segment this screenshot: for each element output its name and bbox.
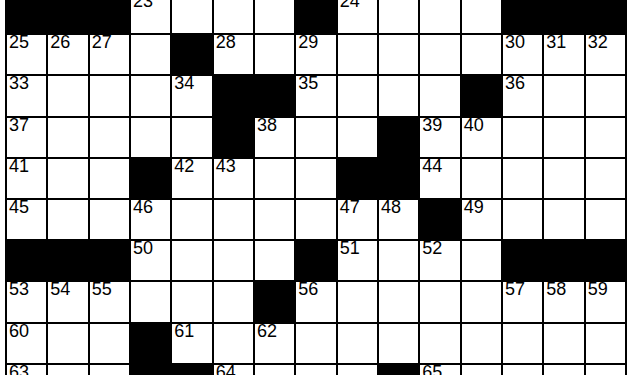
black-cell-r5-c10 (379, 159, 418, 198)
white-cell-r4-c8[interactable] (296, 118, 335, 157)
white-cell-r1-c7[interactable] (255, 0, 294, 33)
white-cell-r3-c4[interactable] (131, 76, 170, 115)
white-cell-r1-c5[interactable] (172, 0, 211, 33)
white-cell-r9-c15[interactable] (586, 324, 625, 363)
white-cell-r5-c13[interactable] (503, 159, 542, 198)
clue-number-50: 50 (133, 239, 153, 257)
white-cell-r9-c13[interactable] (503, 324, 542, 363)
clue-number-49: 49 (464, 198, 484, 216)
white-cell-r8-c11[interactable] (420, 282, 459, 321)
clue-number-65: 65 (422, 363, 442, 375)
white-cell-r2-c10[interactable] (379, 35, 418, 74)
black-cell-r3-c12 (462, 76, 501, 115)
black-cell-r7-c15 (586, 241, 625, 280)
white-cell-r10-c12[interactable] (462, 365, 501, 375)
white-cell-r4-c9[interactable] (338, 118, 377, 157)
black-cell-r8-c7 (255, 282, 294, 321)
white-cell-r5-c2[interactable] (48, 159, 87, 198)
white-cell-r6-c14[interactable] (544, 200, 583, 239)
white-cell-r4-c13[interactable] (503, 118, 542, 157)
white-cell-r3-c15[interactable] (586, 76, 625, 115)
white-cell-r7-c5[interactable] (172, 241, 211, 280)
white-cell-r3-c14[interactable] (544, 76, 583, 115)
white-cell-r3-c11[interactable] (420, 76, 459, 115)
white-cell-r4-c1[interactable]: 37 (7, 118, 46, 157)
white-cell-r4-c11[interactable]: 39 (420, 118, 459, 157)
white-cell-r3-c5[interactable]: 34 (172, 76, 211, 115)
clue-number-61: 61 (174, 322, 194, 340)
white-cell-r10-c2[interactable] (48, 365, 87, 375)
clue-number-36: 36 (505, 74, 525, 92)
white-cell-r6-c8[interactable] (296, 200, 335, 239)
black-cell-r7-c14 (544, 241, 583, 280)
white-cell-r4-c4[interactable] (131, 118, 170, 157)
clue-number-62: 62 (257, 322, 277, 340)
white-cell-r8-c3[interactable]: 55 (90, 282, 129, 321)
white-cell-r8-c9[interactable] (338, 282, 377, 321)
clue-number-58: 58 (546, 280, 566, 298)
white-cell-r2-c2[interactable]: 26 (48, 35, 87, 74)
white-cell-r6-c6[interactable] (214, 200, 253, 239)
clue-number-38: 38 (257, 116, 277, 134)
white-cell-r5-c14[interactable] (544, 159, 583, 198)
white-cell-r2-c13[interactable]: 30 (503, 35, 542, 74)
black-cell-r10-c5 (172, 365, 211, 375)
clue-number-41: 41 (9, 157, 29, 175)
white-cell-r9-c9[interactable] (338, 324, 377, 363)
white-cell-r8-c4[interactable] (131, 282, 170, 321)
clue-number-51: 51 (340, 239, 360, 257)
black-cell-r7-c2 (48, 241, 87, 280)
white-cell-r3-c1[interactable]: 33 (7, 76, 46, 115)
white-cell-r8-c10[interactable] (379, 282, 418, 321)
black-cell-r7-c3 (90, 241, 129, 280)
black-cell-r6-c11 (420, 200, 459, 239)
clue-number-28: 28 (216, 33, 236, 51)
white-cell-r8-c14[interactable]: 58 (544, 282, 583, 321)
white-cell-r7-c6[interactable] (214, 241, 253, 280)
white-cell-r5-c5[interactable]: 42 (172, 159, 211, 198)
white-cell-r9-c1[interactable]: 60 (7, 324, 46, 363)
white-cell-r10-c11[interactable]: 65 (420, 365, 459, 375)
white-cell-r9-c10[interactable] (379, 324, 418, 363)
white-cell-r1-c4[interactable]: 23 (131, 0, 170, 33)
white-cell-r1-c6[interactable] (214, 0, 253, 33)
black-cell-r1-c15 (586, 0, 625, 33)
black-cell-r1-c8 (296, 0, 335, 33)
white-cell-r1-c12[interactable] (462, 0, 501, 33)
black-cell-r10-c10 (379, 365, 418, 375)
white-cell-r9-c8[interactable] (296, 324, 335, 363)
white-cell-r3-c2[interactable] (48, 76, 87, 115)
white-cell-r9-c5[interactable]: 61 (172, 324, 211, 363)
white-cell-r9-c12[interactable] (462, 324, 501, 363)
clue-number-44: 44 (422, 157, 442, 175)
clue-number-52: 52 (422, 239, 442, 257)
white-cell-r2-c3[interactable]: 27 (90, 35, 129, 74)
white-cell-r8-c8[interactable]: 56 (296, 282, 335, 321)
clue-number-23: 23 (133, 0, 153, 10)
white-cell-r7-c7[interactable] (255, 241, 294, 280)
white-cell-r2-c8[interactable]: 29 (296, 35, 335, 74)
clue-number-24: 24 (340, 0, 360, 10)
white-cell-r3-c9[interactable] (338, 76, 377, 115)
white-cell-r3-c13[interactable]: 36 (503, 76, 542, 115)
white-cell-r7-c11[interactable]: 52 (420, 241, 459, 280)
clue-number-43: 43 (216, 157, 236, 175)
clue-number-32: 32 (588, 33, 608, 51)
white-cell-r2-c4[interactable] (131, 35, 170, 74)
black-cell-r7-c1 (7, 241, 46, 280)
clue-number-29: 29 (298, 33, 318, 51)
white-cell-r2-c7[interactable] (255, 35, 294, 74)
black-cell-r5-c4 (131, 159, 170, 198)
white-cell-r5-c11[interactable]: 44 (420, 159, 459, 198)
clue-number-31: 31 (546, 33, 566, 51)
white-cell-r10-c9[interactable] (338, 365, 377, 375)
white-cell-r6-c12[interactable]: 49 (462, 200, 501, 239)
clue-number-57: 57 (505, 280, 525, 298)
white-cell-r2-c9[interactable] (338, 35, 377, 74)
black-cell-r3-c6 (214, 76, 253, 115)
clue-number-55: 55 (92, 280, 112, 298)
crossword-board: 2324252627282930313233343536373839404142… (5, 0, 627, 375)
clue-number-54: 54 (50, 280, 70, 298)
white-cell-r6-c13[interactable] (503, 200, 542, 239)
white-cell-r8-c2[interactable]: 54 (48, 282, 87, 321)
white-cell-r10-c13[interactable] (503, 365, 542, 375)
white-cell-r8-c5[interactable] (172, 282, 211, 321)
white-cell-r5-c8[interactable] (296, 159, 335, 198)
white-cell-r6-c2[interactable] (48, 200, 87, 239)
white-cell-r6-c5[interactable] (172, 200, 211, 239)
clue-number-53: 53 (9, 280, 29, 298)
white-cell-r10-c15[interactable] (586, 365, 625, 375)
clue-number-25: 25 (9, 33, 29, 51)
clue-number-45: 45 (9, 198, 29, 216)
white-cell-r4-c5[interactable] (172, 118, 211, 157)
white-cell-r7-c9[interactable]: 51 (338, 241, 377, 280)
white-cell-r8-c1[interactable]: 53 (7, 282, 46, 321)
clue-number-33: 33 (9, 74, 29, 92)
white-cell-r1-c9[interactable]: 24 (338, 0, 377, 33)
white-cell-r6-c9[interactable]: 47 (338, 200, 377, 239)
clue-number-56: 56 (298, 280, 318, 298)
clue-number-39: 39 (422, 116, 442, 134)
white-cell-r5-c7[interactable] (255, 159, 294, 198)
black-cell-r4-c6 (214, 118, 253, 157)
black-cell-r1-c3 (90, 0, 129, 33)
clue-number-46: 46 (133, 198, 153, 216)
black-cell-r2-c5 (172, 35, 211, 74)
black-cell-r10-c4 (131, 365, 170, 375)
black-cell-r5-c9 (338, 159, 377, 198)
clue-number-37: 37 (9, 116, 29, 134)
clue-number-64: 64 (216, 363, 236, 375)
white-cell-r6-c15[interactable] (586, 200, 625, 239)
clue-number-47: 47 (340, 198, 360, 216)
white-cell-r5-c12[interactable] (462, 159, 501, 198)
white-cell-r10-c1[interactable]: 63 (7, 365, 46, 375)
white-cell-r5-c6[interactable]: 43 (214, 159, 253, 198)
clue-number-59: 59 (588, 280, 608, 298)
white-cell-r1-c11[interactable] (420, 0, 459, 33)
white-cell-r9-c14[interactable] (544, 324, 583, 363)
white-cell-r3-c3[interactable] (90, 76, 129, 115)
white-cell-r5-c1[interactable]: 41 (7, 159, 46, 198)
white-cell-r3-c8[interactable]: 35 (296, 76, 335, 115)
white-cell-r7-c12[interactable] (462, 241, 501, 280)
white-cell-r2-c6[interactable]: 28 (214, 35, 253, 74)
white-cell-r4-c3[interactable] (90, 118, 129, 157)
crossword-screen: 2324252627282930313233343536373839404142… (0, 0, 635, 375)
white-cell-r2-c14[interactable]: 31 (544, 35, 583, 74)
clue-number-63: 63 (9, 363, 29, 375)
white-cell-r5-c15[interactable] (586, 159, 625, 198)
white-cell-r4-c14[interactable] (544, 118, 583, 157)
white-cell-r4-c12[interactable]: 40 (462, 118, 501, 157)
clue-number-42: 42 (174, 157, 194, 175)
white-cell-r2-c12[interactable] (462, 35, 501, 74)
black-cell-r3-c7 (255, 76, 294, 115)
white-cell-r6-c1[interactable]: 45 (7, 200, 46, 239)
white-cell-r10-c14[interactable] (544, 365, 583, 375)
black-cell-r1-c2 (48, 0, 87, 33)
white-cell-r1-c10[interactable] (379, 0, 418, 33)
white-cell-r9-c2[interactable] (48, 324, 87, 363)
white-cell-r8-c12[interactable] (462, 282, 501, 321)
clue-number-30: 30 (505, 33, 525, 51)
white-cell-r2-c1[interactable]: 25 (7, 35, 46, 74)
clue-number-60: 60 (9, 322, 29, 340)
white-cell-r9-c3[interactable] (90, 324, 129, 363)
clue-number-26: 26 (50, 33, 70, 51)
black-cell-r4-c10 (379, 118, 418, 157)
white-cell-r3-c10[interactable] (379, 76, 418, 115)
white-cell-r8-c6[interactable] (214, 282, 253, 321)
white-cell-r4-c7[interactable]: 38 (255, 118, 294, 157)
black-cell-r9-c4 (131, 324, 170, 363)
white-cell-r9-c7[interactable]: 62 (255, 324, 294, 363)
black-cell-r7-c13 (503, 241, 542, 280)
white-cell-r6-c3[interactable] (90, 200, 129, 239)
white-cell-r5-c3[interactable] (90, 159, 129, 198)
white-cell-r6-c4[interactable]: 46 (131, 200, 170, 239)
white-cell-r7-c4[interactable]: 50 (131, 241, 170, 280)
white-cell-r9-c6[interactable] (214, 324, 253, 363)
clue-number-48: 48 (381, 198, 401, 216)
white-cell-r4-c2[interactable] (48, 118, 87, 157)
black-cell-r1-c1 (7, 0, 46, 33)
white-cell-r10-c8[interactable] (296, 365, 335, 375)
white-cell-r10-c3[interactable] (90, 365, 129, 375)
clue-number-40: 40 (464, 116, 484, 134)
white-cell-r10-c6[interactable]: 64 (214, 365, 253, 375)
white-cell-r9-c11[interactable] (420, 324, 459, 363)
black-cell-r7-c8 (296, 241, 335, 280)
clue-number-35: 35 (298, 74, 318, 92)
white-cell-r6-c7[interactable] (255, 200, 294, 239)
white-cell-r7-c10[interactable] (379, 241, 418, 280)
black-cell-r1-c14 (544, 0, 583, 33)
white-cell-r4-c15[interactable] (586, 118, 625, 157)
white-cell-r2-c11[interactable] (420, 35, 459, 74)
white-cell-r2-c15[interactable]: 32 (586, 35, 625, 74)
clue-number-27: 27 (92, 33, 112, 51)
clue-number-34: 34 (174, 74, 194, 92)
white-cell-r6-c10[interactable]: 48 (379, 200, 418, 239)
black-cell-r1-c13 (503, 0, 542, 33)
white-cell-r8-c13[interactable]: 57 (503, 282, 542, 321)
white-cell-r8-c15[interactable]: 59 (586, 282, 625, 321)
white-cell-r10-c7[interactable] (255, 365, 294, 375)
